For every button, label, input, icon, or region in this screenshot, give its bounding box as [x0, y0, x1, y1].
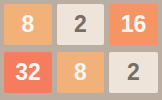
tile-r1c2: 2: [109, 52, 158, 93]
tile-r0c1: 2: [57, 4, 104, 45]
tile-r0c2: 16: [109, 4, 158, 45]
2048-board[interactable]: 8 2 16 32 8 2: [0, 0, 162, 100]
tile-r1c1: 8: [57, 52, 104, 93]
tile-r1c0: 32: [4, 52, 52, 93]
tile-r0c0: 8: [4, 4, 52, 45]
